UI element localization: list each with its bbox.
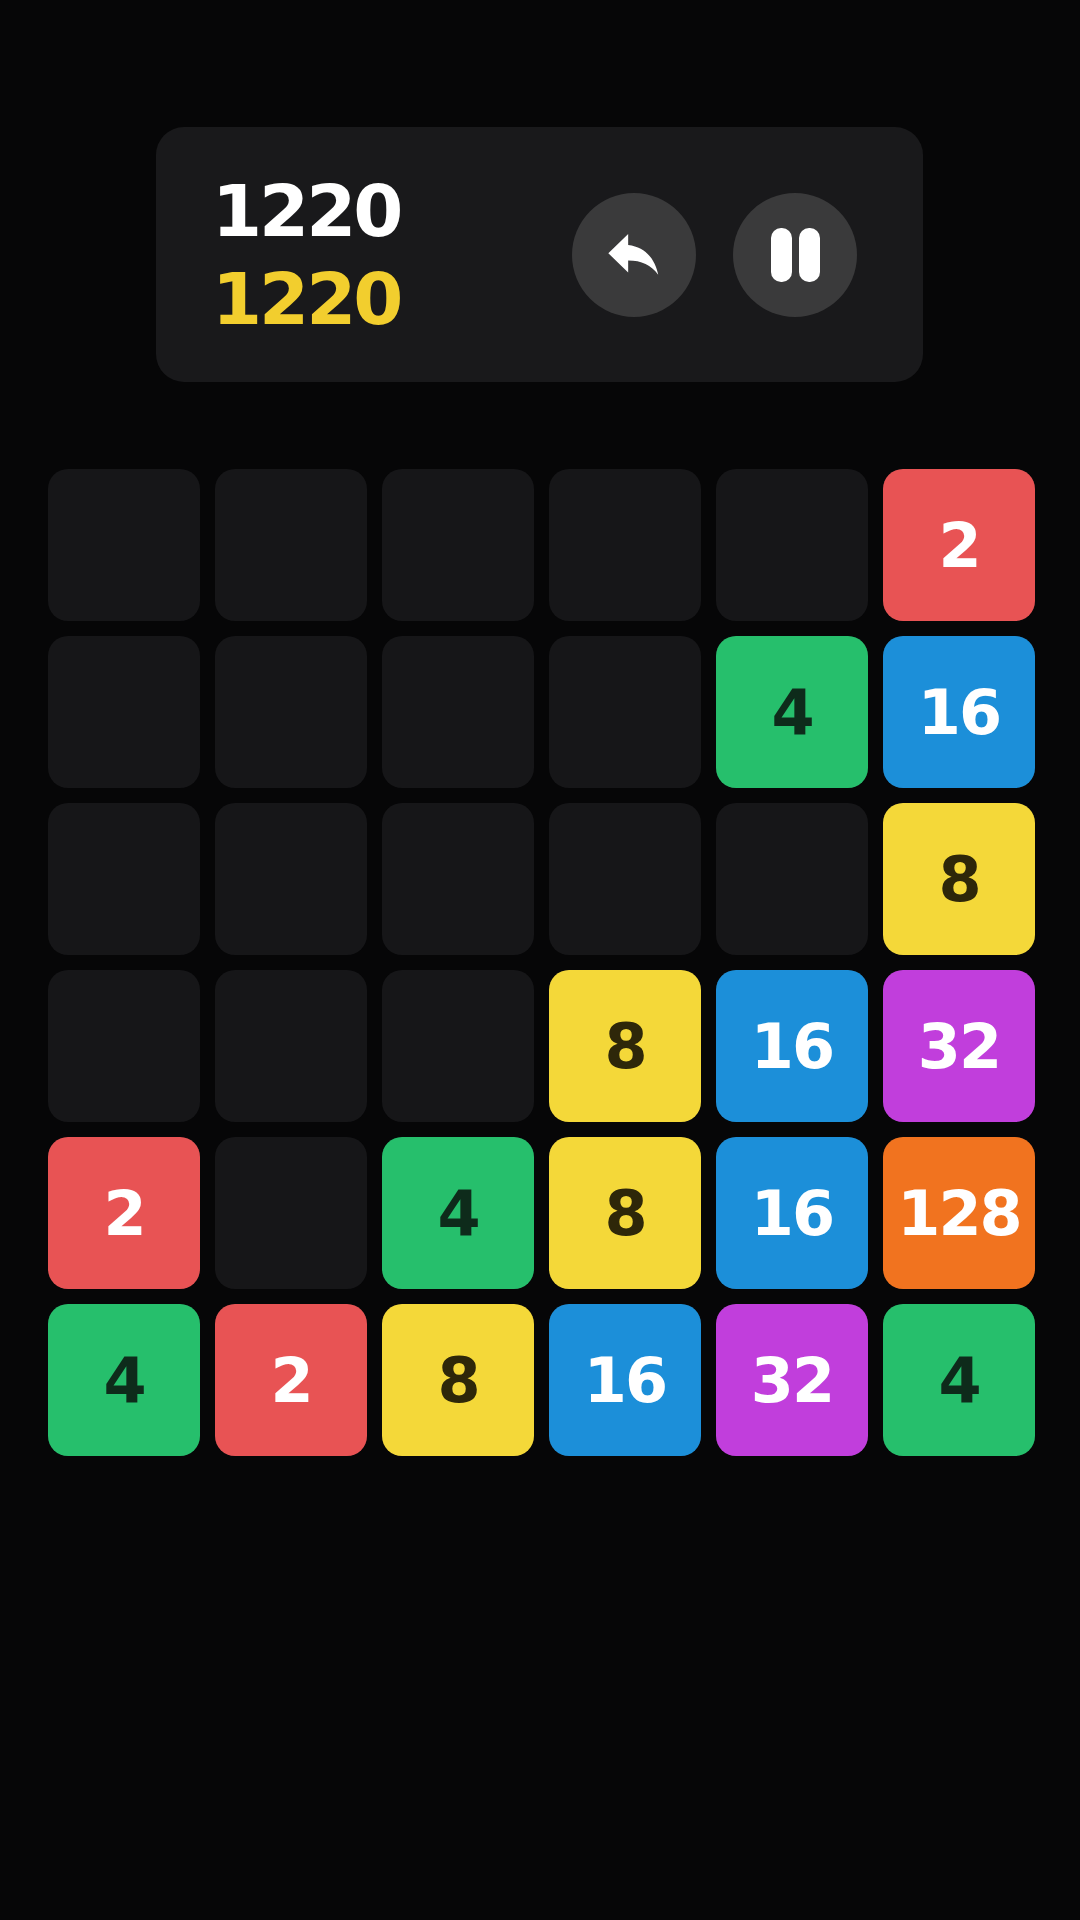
cell-r2c4[interactable] xyxy=(549,636,701,788)
tile-4-r5c3[interactable]: 4 xyxy=(382,1137,534,1289)
cell-r1c4[interactable] xyxy=(549,469,701,621)
cell-r3c2[interactable] xyxy=(215,803,367,955)
cell-r3c3[interactable] xyxy=(382,803,534,955)
undo-button[interactable] xyxy=(572,193,696,317)
cell-r6c5[interactable]: 32 xyxy=(716,1304,868,1456)
cell-r3c1[interactable] xyxy=(48,803,200,955)
panel-buttons xyxy=(572,193,857,317)
cell-r2c6[interactable]: 16 xyxy=(883,636,1035,788)
cell-r2c3[interactable] xyxy=(382,636,534,788)
cell-r4c6[interactable]: 32 xyxy=(883,970,1035,1122)
cell-r2c2[interactable] xyxy=(215,636,367,788)
cell-r2c5[interactable]: 4 xyxy=(716,636,868,788)
cell-r3c6[interactable]: 8 xyxy=(883,803,1035,955)
cell-r1c3[interactable] xyxy=(382,469,534,621)
tile-8-r5c4[interactable]: 8 xyxy=(549,1137,701,1289)
tile-16-r4c5[interactable]: 16 xyxy=(716,970,868,1122)
tile-2-r1c6[interactable]: 2 xyxy=(883,469,1035,621)
cell-r5c4[interactable]: 8 xyxy=(549,1137,701,1289)
tile-2-r5c1[interactable]: 2 xyxy=(48,1137,200,1289)
tile-16-r2c6[interactable]: 16 xyxy=(883,636,1035,788)
cell-r5c6[interactable]: 128 xyxy=(883,1137,1035,1289)
cell-r5c2[interactable] xyxy=(215,1137,367,1289)
game-board[interactable]: 24168816322481612842816324 xyxy=(48,469,1035,1456)
undo-icon xyxy=(599,220,669,290)
cell-r6c1[interactable]: 4 xyxy=(48,1304,200,1456)
tile-4-r2c5[interactable]: 4 xyxy=(716,636,868,788)
pause-bar-right xyxy=(799,228,820,282)
tile-16-r6c4[interactable]: 16 xyxy=(549,1304,701,1456)
cell-r3c5[interactable] xyxy=(716,803,868,955)
secondary-score-value: 1220 xyxy=(212,260,400,338)
tile-32-r6c5[interactable]: 32 xyxy=(716,1304,868,1456)
cell-r4c3[interactable] xyxy=(382,970,534,1122)
tile-8-r4c4[interactable]: 8 xyxy=(549,970,701,1122)
cell-r1c2[interactable] xyxy=(215,469,367,621)
cell-r2c1[interactable] xyxy=(48,636,200,788)
tile-8-r6c3[interactable]: 8 xyxy=(382,1304,534,1456)
cell-r6c2[interactable]: 2 xyxy=(215,1304,367,1456)
cell-r4c2[interactable] xyxy=(215,970,367,1122)
cell-r4c4[interactable]: 8 xyxy=(549,970,701,1122)
cell-r6c4[interactable]: 16 xyxy=(549,1304,701,1456)
cell-r6c6[interactable]: 4 xyxy=(883,1304,1035,1456)
cell-r3c4[interactable] xyxy=(549,803,701,955)
tile-8-r3c6[interactable]: 8 xyxy=(883,803,1035,955)
cell-r4c5[interactable]: 16 xyxy=(716,970,868,1122)
tile-2-r6c2[interactable]: 2 xyxy=(215,1304,367,1456)
tile-4-r6c6[interactable]: 4 xyxy=(883,1304,1035,1456)
cell-r1c6[interactable]: 2 xyxy=(883,469,1035,621)
score-value: 1220 xyxy=(212,172,400,250)
pause-button[interactable] xyxy=(733,193,857,317)
tile-128-r5c6[interactable]: 128 xyxy=(883,1137,1035,1289)
cell-r1c5[interactable] xyxy=(716,469,868,621)
cell-r4c1[interactable] xyxy=(48,970,200,1122)
pause-icon xyxy=(771,228,820,282)
cell-r5c3[interactable]: 4 xyxy=(382,1137,534,1289)
cell-r5c5[interactable]: 16 xyxy=(716,1137,868,1289)
tile-4-r6c1[interactable]: 4 xyxy=(48,1304,200,1456)
cell-r1c1[interactable] xyxy=(48,469,200,621)
tile-32-r4c6[interactable]: 32 xyxy=(883,970,1035,1122)
game-screen: 1220 1220 24168816322481612842816324 xyxy=(0,0,1080,1920)
pause-bar-left xyxy=(771,228,792,282)
cell-r6c3[interactable]: 8 xyxy=(382,1304,534,1456)
score-panel: 1220 1220 xyxy=(156,127,923,382)
cell-r5c1[interactable]: 2 xyxy=(48,1137,200,1289)
score-block: 1220 1220 xyxy=(212,172,400,338)
tile-16-r5c5[interactable]: 16 xyxy=(716,1137,868,1289)
